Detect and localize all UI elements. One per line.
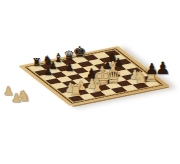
captured-white-knight[interactable]: ♞	[17, 89, 30, 104]
captured-black-pawn[interactable]: ♟	[155, 60, 170, 77]
chess-set-photo: ♜♞♝♛♚♟♟♟♞♟♟♟♟♝♟♟♟♟♚♛♟♜♝♞♜ ♟ ♟ ♞ ♟ ♟	[0, 0, 180, 164]
piece-layer: ♜♞♝♛♚♟♟♟♞♟♟♟♟♝♟♟♟♟♚♛♟♜♝♞♜	[0, 0, 180, 164]
piece-black-king-e8[interactable]: ♚	[67, 45, 93, 60]
piece-white-bishop-c1[interactable]: ♝	[84, 77, 110, 94]
